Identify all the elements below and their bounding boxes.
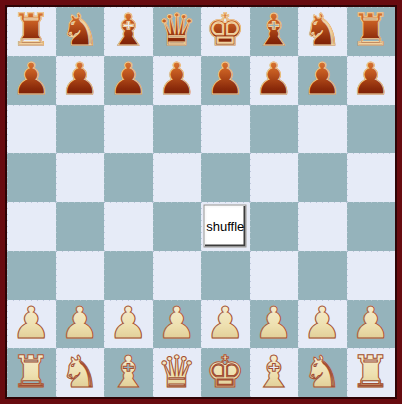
square-h8[interactable]: ♜ bbox=[347, 7, 396, 56]
square-d1[interactable]: ♛ bbox=[153, 348, 202, 397]
square-e2[interactable]: ♟ bbox=[201, 300, 250, 349]
piece-white-pawn[interactable]: ♟ bbox=[60, 300, 99, 347]
square-b6[interactable] bbox=[56, 105, 105, 154]
piece-black-rook[interactable]: ♜ bbox=[351, 7, 390, 54]
square-f4[interactable] bbox=[250, 202, 299, 251]
piece-black-king[interactable]: ♚ bbox=[206, 7, 245, 54]
square-e5[interactable] bbox=[201, 153, 250, 202]
piece-black-knight[interactable]: ♞ bbox=[303, 7, 342, 54]
square-a7[interactable]: ♟ bbox=[7, 56, 56, 105]
piece-black-pawn[interactable]: ♟ bbox=[12, 56, 51, 103]
piece-black-pawn[interactable]: ♟ bbox=[351, 56, 390, 103]
square-d3[interactable] bbox=[153, 251, 202, 300]
piece-black-queen[interactable]: ♛ bbox=[157, 7, 196, 54]
square-f8[interactable]: ♝ bbox=[250, 7, 299, 56]
piece-white-bishop[interactable]: ♝ bbox=[109, 348, 148, 395]
square-d5[interactable] bbox=[153, 153, 202, 202]
shuffle-button[interactable]: shuffle bbox=[204, 205, 247, 248]
square-f7[interactable]: ♟ bbox=[250, 56, 299, 105]
square-d4[interactable] bbox=[153, 202, 202, 251]
square-g5[interactable] bbox=[298, 153, 347, 202]
square-c3[interactable] bbox=[104, 251, 153, 300]
square-g1[interactable]: ♞ bbox=[298, 348, 347, 397]
piece-black-pawn[interactable]: ♟ bbox=[303, 56, 342, 103]
square-b5[interactable] bbox=[56, 153, 105, 202]
chess-board: ♜♞♝♛♚♝♞♜♟♟♟♟♟♟♟♟shuffle♟♟♟♟♟♟♟♟♜♞♝♛♚♝♞♜ bbox=[5, 5, 397, 399]
piece-white-rook[interactable]: ♜ bbox=[351, 348, 390, 395]
piece-black-pawn[interactable]: ♟ bbox=[254, 56, 293, 103]
square-g7[interactable]: ♟ bbox=[298, 56, 347, 105]
square-c8[interactable]: ♝ bbox=[104, 7, 153, 56]
square-e4[interactable]: shuffle bbox=[201, 202, 250, 251]
piece-white-pawn[interactable]: ♟ bbox=[254, 300, 293, 347]
square-b2[interactable]: ♟ bbox=[56, 300, 105, 349]
piece-white-rook[interactable]: ♜ bbox=[12, 348, 51, 395]
square-h7[interactable]: ♟ bbox=[347, 56, 396, 105]
square-e6[interactable] bbox=[201, 105, 250, 154]
piece-black-rook[interactable]: ♜ bbox=[12, 7, 51, 54]
piece-black-pawn[interactable]: ♟ bbox=[206, 56, 245, 103]
square-f5[interactable] bbox=[250, 153, 299, 202]
square-e1[interactable]: ♚ bbox=[201, 348, 250, 397]
square-g3[interactable] bbox=[298, 251, 347, 300]
square-f3[interactable] bbox=[250, 251, 299, 300]
square-g4[interactable] bbox=[298, 202, 347, 251]
piece-black-bishop[interactable]: ♝ bbox=[109, 7, 148, 54]
piece-black-pawn[interactable]: ♟ bbox=[60, 56, 99, 103]
piece-white-bishop[interactable]: ♝ bbox=[254, 348, 293, 395]
square-e3[interactable] bbox=[201, 251, 250, 300]
square-e8[interactable]: ♚ bbox=[201, 7, 250, 56]
square-a4[interactable] bbox=[7, 202, 56, 251]
square-b3[interactable] bbox=[56, 251, 105, 300]
square-g6[interactable] bbox=[298, 105, 347, 154]
square-d2[interactable]: ♟ bbox=[153, 300, 202, 349]
square-d7[interactable]: ♟ bbox=[153, 56, 202, 105]
square-b1[interactable]: ♞ bbox=[56, 348, 105, 397]
piece-white-queen[interactable]: ♛ bbox=[157, 348, 196, 395]
piece-black-pawn[interactable]: ♟ bbox=[157, 56, 196, 103]
square-c2[interactable]: ♟ bbox=[104, 300, 153, 349]
square-b8[interactable]: ♞ bbox=[56, 7, 105, 56]
square-c4[interactable] bbox=[104, 202, 153, 251]
square-g8[interactable]: ♞ bbox=[298, 7, 347, 56]
square-h3[interactable] bbox=[347, 251, 396, 300]
square-h6[interactable] bbox=[347, 105, 396, 154]
square-f2[interactable]: ♟ bbox=[250, 300, 299, 349]
square-d8[interactable]: ♛ bbox=[153, 7, 202, 56]
square-c6[interactable] bbox=[104, 105, 153, 154]
piece-black-knight[interactable]: ♞ bbox=[60, 7, 99, 54]
piece-white-pawn[interactable]: ♟ bbox=[12, 300, 51, 347]
square-a6[interactable] bbox=[7, 105, 56, 154]
square-a2[interactable]: ♟ bbox=[7, 300, 56, 349]
piece-white-knight[interactable]: ♞ bbox=[303, 348, 342, 395]
board-frame: ♜♞♝♛♚♝♞♜♟♟♟♟♟♟♟♟shuffle♟♟♟♟♟♟♟♟♜♞♝♛♚♝♞♜ bbox=[0, 0, 402, 404]
square-e7[interactable]: ♟ bbox=[201, 56, 250, 105]
square-a5[interactable] bbox=[7, 153, 56, 202]
square-c1[interactable]: ♝ bbox=[104, 348, 153, 397]
square-f6[interactable] bbox=[250, 105, 299, 154]
piece-white-pawn[interactable]: ♟ bbox=[303, 300, 342, 347]
piece-black-pawn[interactable]: ♟ bbox=[109, 56, 148, 103]
piece-white-king[interactable]: ♚ bbox=[206, 348, 245, 395]
piece-white-pawn[interactable]: ♟ bbox=[206, 300, 245, 347]
piece-black-bishop[interactable]: ♝ bbox=[254, 7, 293, 54]
piece-white-knight[interactable]: ♞ bbox=[60, 348, 99, 395]
square-f1[interactable]: ♝ bbox=[250, 348, 299, 397]
square-b4[interactable] bbox=[56, 202, 105, 251]
square-c5[interactable] bbox=[104, 153, 153, 202]
square-h4[interactable] bbox=[347, 202, 396, 251]
square-d6[interactable] bbox=[153, 105, 202, 154]
square-h2[interactable]: ♟ bbox=[347, 300, 396, 349]
piece-white-pawn[interactable]: ♟ bbox=[157, 300, 196, 347]
square-b7[interactable]: ♟ bbox=[56, 56, 105, 105]
square-a3[interactable] bbox=[7, 251, 56, 300]
square-g2[interactable]: ♟ bbox=[298, 300, 347, 349]
square-h1[interactable]: ♜ bbox=[347, 348, 396, 397]
piece-white-pawn[interactable]: ♟ bbox=[351, 300, 390, 347]
piece-white-pawn[interactable]: ♟ bbox=[109, 300, 148, 347]
square-a8[interactable]: ♜ bbox=[7, 7, 56, 56]
square-a1[interactable]: ♜ bbox=[7, 348, 56, 397]
square-h5[interactable] bbox=[347, 153, 396, 202]
square-c7[interactable]: ♟ bbox=[104, 56, 153, 105]
